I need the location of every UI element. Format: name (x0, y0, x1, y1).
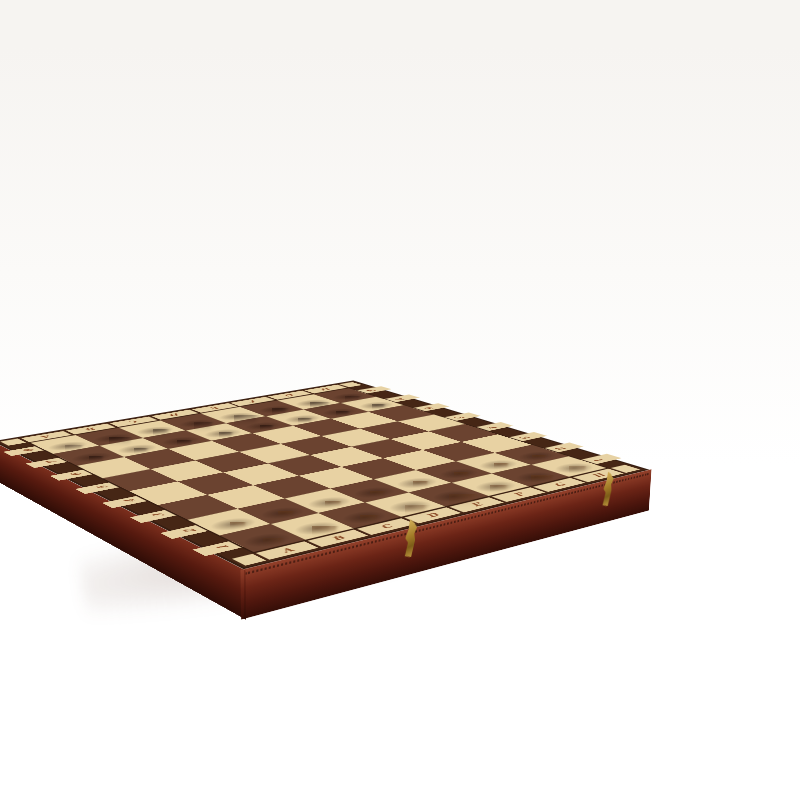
board-frame: ABCDEFGH ABCDEFGH 87654321 87654321 ♜♞♝♛… (0, 380, 649, 569)
chess-scene: ABCDEFGH ABCDEFGH 87654321 87654321 ♜♞♝♛… (0, 0, 800, 800)
product-photo: ABCDEFGH ABCDEFGH 87654321 87654321 ♜♞♝♛… (0, 0, 800, 800)
chess-board: ABCDEFGH ABCDEFGH 87654321 87654321 ♜♞♝♛… (0, 380, 649, 569)
